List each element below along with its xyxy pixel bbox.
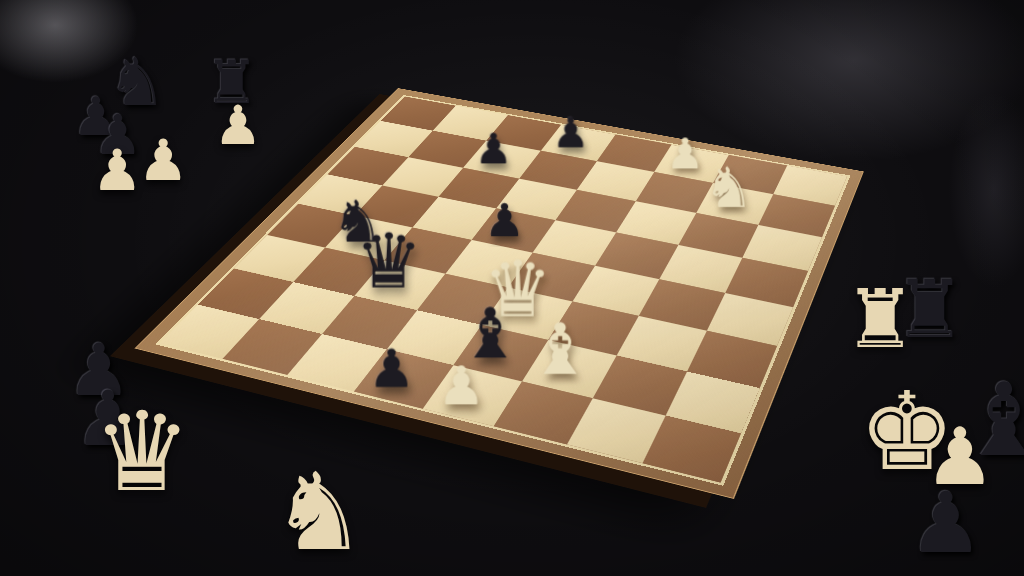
chessboard-frame: ♟♟♟♞♟♞♛♛♝♝♟♟ xyxy=(134,88,863,499)
square-g5[interactable] xyxy=(659,245,742,293)
square-a3[interactable] xyxy=(234,235,325,282)
table-piece-white-rook: ♜ xyxy=(844,279,917,360)
table-piece-white-pawn: ♟ xyxy=(214,99,262,153)
table-piece-black-pawn: ♟ xyxy=(67,334,132,406)
piece-black-queen-c3[interactable]: ♛ xyxy=(355,224,423,299)
table-piece-black-rook: ♜ xyxy=(894,270,966,350)
background-grey-patch-top-left xyxy=(0,0,170,105)
piece-white-pawn-f8[interactable]: ♟ xyxy=(666,132,704,174)
piece-white-knight-g7[interactable]: ♞ xyxy=(704,160,754,216)
piece-black-pawn-d1[interactable]: ♟ xyxy=(368,343,415,396)
square-h8[interactable] xyxy=(773,166,847,206)
table-piece-white-knight: ♞ xyxy=(271,459,367,566)
piece-white-bishop-f2[interactable]: ♝ xyxy=(528,315,591,385)
table-scene: ♟♟♟♞♟♞♛♛♝♝♟♟ ♜♞♟♟♟♟♟♜♜♟♟♝♚♟♛♞♟ xyxy=(0,0,1024,576)
piece-black-pawn-c7[interactable]: ♟ xyxy=(475,128,513,170)
board-squares: ♟♟♟♞♟♞♛♛♝♝♟♟ xyxy=(155,95,850,486)
piece-white-pawn-e1[interactable]: ♟ xyxy=(437,359,485,413)
piece-black-pawn-d5[interactable]: ♟ xyxy=(484,197,525,243)
table-piece-black-pawn: ♟ xyxy=(74,381,142,457)
table-piece-black-pawn: ♟ xyxy=(93,108,142,163)
table-piece-white-king: ♚ xyxy=(859,378,956,486)
table-piece-black-bishop: ♝ xyxy=(959,370,1024,471)
background-grey-patch-right xyxy=(934,60,1024,320)
table-piece-black-rook: ♜ xyxy=(205,52,259,112)
table-piece-white-pawn: ♟ xyxy=(91,142,142,199)
chessboard: ♟♟♟♞♟♞♛♛♝♝♟♟ xyxy=(134,88,863,499)
table-piece-white-pawn: ♟ xyxy=(925,418,996,497)
table-piece-black-pawn: ♟ xyxy=(908,481,983,565)
piece-black-pawn-d8[interactable]: ♟ xyxy=(552,112,589,153)
table-piece-black-knight: ♞ xyxy=(107,50,166,116)
table-piece-black-pawn: ♟ xyxy=(72,90,120,143)
table-piece-white-pawn: ♟ xyxy=(137,132,188,189)
table-piece-white-queen: ♛ xyxy=(93,397,192,507)
